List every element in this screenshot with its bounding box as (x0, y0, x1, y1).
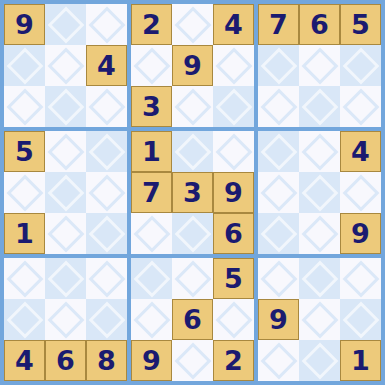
cell-r2c9[interactable] (340, 45, 381, 86)
empty-cell-diamond-icon (260, 133, 297, 170)
empty-cell-diamond-icon (342, 88, 379, 125)
cell-r6c9: 9 (340, 213, 381, 254)
cell-r3c6[interactable] (213, 86, 254, 127)
cell-r2c5: 9 (172, 45, 213, 86)
cell-r6c8[interactable] (299, 213, 340, 254)
cell-r3c1[interactable] (4, 86, 45, 127)
empty-cell-diamond-icon (6, 47, 43, 84)
cell-r6c7[interactable] (258, 213, 299, 254)
cell-r7c9[interactable] (340, 258, 381, 299)
given-digit: 4 (224, 11, 243, 38)
given-digit: 7 (142, 179, 161, 206)
given-digit: 1 (15, 220, 34, 247)
empty-cell-diamond-icon (174, 215, 211, 252)
empty-cell-diamond-icon (301, 133, 338, 170)
empty-cell-diamond-icon (260, 215, 297, 252)
empty-cell-diamond-icon (47, 174, 84, 211)
empty-cell-diamond-icon (6, 174, 43, 211)
cell-r7c5[interactable] (172, 258, 213, 299)
empty-cell-diamond-icon (260, 88, 297, 125)
given-digit: 5 (224, 265, 243, 292)
cell-r7c2[interactable] (45, 258, 86, 299)
empty-cell-diamond-icon (47, 215, 84, 252)
empty-cell-diamond-icon (133, 215, 170, 252)
empty-cell-diamond-icon (215, 47, 252, 84)
cell-r5c7[interactable] (258, 172, 299, 213)
given-digit: 3 (142, 93, 161, 120)
cell-r6c6: 6 (213, 213, 254, 254)
empty-cell-diamond-icon (6, 88, 43, 125)
cell-r7c1[interactable] (4, 258, 45, 299)
given-digit: 9 (351, 220, 370, 247)
cell-r4c9: 4 (340, 131, 381, 172)
cell-r8c5: 6 (172, 299, 213, 340)
given-digit: 9 (269, 306, 288, 333)
cell-r5c2[interactable] (45, 172, 86, 213)
given-digit: 9 (142, 347, 161, 374)
empty-cell-diamond-icon (301, 88, 338, 125)
cell-r4c6[interactable] (213, 131, 254, 172)
empty-cell-diamond-icon (174, 342, 211, 379)
cell-r8c7: 9 (258, 299, 299, 340)
empty-cell-diamond-icon (260, 47, 297, 84)
empty-cell-diamond-icon (88, 301, 125, 338)
given-digit: 3 (183, 179, 202, 206)
empty-cell-diamond-icon (301, 260, 338, 297)
cell-r9c6: 2 (213, 340, 254, 381)
empty-cell-diamond-icon (88, 6, 125, 43)
empty-cell-diamond-icon (47, 260, 84, 297)
cell-r8c3[interactable] (86, 299, 127, 340)
empty-cell-diamond-icon (342, 47, 379, 84)
empty-cell-diamond-icon (133, 260, 170, 297)
cell-r3c9[interactable] (340, 86, 381, 127)
empty-cell-diamond-icon (47, 133, 84, 170)
empty-cell-diamond-icon (47, 88, 84, 125)
cell-r5c9[interactable] (340, 172, 381, 213)
cell-r2c2[interactable] (45, 45, 86, 86)
given-digit: 7 (269, 11, 288, 38)
empty-cell-diamond-icon (6, 260, 43, 297)
cell-r6c5[interactable] (172, 213, 213, 254)
cell-r1c2[interactable] (45, 4, 86, 45)
given-digit: 5 (351, 11, 370, 38)
cell-r9c8[interactable] (299, 340, 340, 381)
empty-cell-diamond-icon (342, 260, 379, 297)
cell-r2c6[interactable] (213, 45, 254, 86)
cell-r5c6: 9 (213, 172, 254, 213)
given-digit: 2 (224, 347, 243, 374)
cell-r9c1: 4 (4, 340, 45, 381)
empty-cell-diamond-icon (301, 301, 338, 338)
cell-r2c7[interactable] (258, 45, 299, 86)
given-digit: 6 (310, 11, 329, 38)
cell-r5c5: 3 (172, 172, 213, 213)
empty-cell-diamond-icon (133, 301, 170, 338)
cell-r8c1[interactable] (4, 299, 45, 340)
cell-r8c2[interactable] (45, 299, 86, 340)
cell-r3c2[interactable] (45, 86, 86, 127)
cell-r6c1: 1 (4, 213, 45, 254)
cell-r4c2[interactable] (45, 131, 86, 172)
empty-cell-diamond-icon (342, 174, 379, 211)
given-digit: 4 (97, 52, 116, 79)
cell-r7c8[interactable] (299, 258, 340, 299)
cell-r5c8[interactable] (299, 172, 340, 213)
cell-r1c8: 6 (299, 4, 340, 45)
cell-r6c3[interactable] (86, 213, 127, 254)
cell-r2c3: 4 (86, 45, 127, 86)
empty-cell-diamond-icon (174, 88, 211, 125)
given-digit: 6 (56, 347, 75, 374)
cell-r8c4[interactable] (131, 299, 172, 340)
cell-r8c9[interactable] (340, 299, 381, 340)
empty-cell-diamond-icon (47, 301, 84, 338)
cell-r1c1: 9 (4, 4, 45, 45)
cell-r2c8[interactable] (299, 45, 340, 86)
empty-cell-diamond-icon (88, 215, 125, 252)
cell-r2c1[interactable] (4, 45, 45, 86)
cell-r4c3[interactable] (86, 131, 127, 172)
given-digit: 1 (142, 138, 161, 165)
cell-r6c2[interactable] (45, 213, 86, 254)
given-digit: 6 (224, 220, 243, 247)
cell-r3c3[interactable] (86, 86, 127, 127)
given-digit: 9 (224, 179, 243, 206)
empty-cell-diamond-icon (215, 133, 252, 170)
cell-r1c6: 4 (213, 4, 254, 45)
empty-cell-diamond-icon (215, 88, 252, 125)
given-digit: 6 (183, 306, 202, 333)
cell-r5c4: 7 (131, 172, 172, 213)
empty-cell-diamond-icon (88, 174, 125, 211)
empty-cell-diamond-icon (301, 215, 338, 252)
cell-r4c5[interactable] (172, 131, 213, 172)
given-digit: 8 (97, 347, 116, 374)
cell-r3c7[interactable] (258, 86, 299, 127)
cell-r9c4: 9 (131, 340, 172, 381)
empty-cell-diamond-icon (301, 342, 338, 379)
given-digit: 1 (351, 347, 370, 374)
empty-cell-diamond-icon (88, 133, 125, 170)
cell-r9c3: 8 (86, 340, 127, 381)
cell-r9c2: 6 (45, 340, 86, 381)
given-digit: 5 (15, 138, 34, 165)
cell-r5c3[interactable] (86, 172, 127, 213)
empty-cell-diamond-icon (342, 301, 379, 338)
cell-r3c8[interactable] (299, 86, 340, 127)
empty-cell-diamond-icon (301, 174, 338, 211)
empty-cell-diamond-icon (260, 342, 297, 379)
empty-cell-diamond-icon (260, 260, 297, 297)
cell-r9c9: 1 (340, 340, 381, 381)
cell-r8c6[interactable] (213, 299, 254, 340)
cell-r3c4: 3 (131, 86, 172, 127)
empty-cell-diamond-icon (133, 47, 170, 84)
given-digit: 9 (15, 11, 34, 38)
cell-r3c5[interactable] (172, 86, 213, 127)
cell-r7c7[interactable] (258, 258, 299, 299)
cell-r7c6: 5 (213, 258, 254, 299)
cell-r4c4: 1 (131, 131, 172, 172)
cell-r1c5[interactable] (172, 4, 213, 45)
cell-r4c1: 5 (4, 131, 45, 172)
given-digit: 4 (351, 138, 370, 165)
given-digit: 2 (142, 11, 161, 38)
empty-cell-diamond-icon (47, 6, 84, 43)
cell-r1c7: 7 (258, 4, 299, 45)
empty-cell-diamond-icon (174, 133, 211, 170)
cell-r1c9: 5 (340, 4, 381, 45)
empty-cell-diamond-icon (260, 174, 297, 211)
cell-r1c3[interactable] (86, 4, 127, 45)
empty-cell-diamond-icon (174, 260, 211, 297)
cell-r1c4: 2 (131, 4, 172, 45)
empty-cell-diamond-icon (301, 47, 338, 84)
cell-r7c4[interactable] (131, 258, 172, 299)
cell-r5c1[interactable] (4, 172, 45, 213)
cell-r9c7[interactable] (258, 340, 299, 381)
cell-r6c4[interactable] (131, 213, 172, 254)
empty-cell-diamond-icon (88, 260, 125, 297)
given-digit: 4 (15, 347, 34, 374)
cell-r8c8[interactable] (299, 299, 340, 340)
cell-r9c5[interactable] (172, 340, 213, 381)
given-digit: 9 (183, 52, 202, 79)
empty-cell-diamond-icon (88, 88, 125, 125)
cell-r7c3[interactable] (86, 258, 127, 299)
cell-r4c7[interactable] (258, 131, 299, 172)
cell-r2c4[interactable] (131, 45, 172, 86)
cell-r4c8[interactable] (299, 131, 340, 172)
empty-cell-diamond-icon (215, 301, 252, 338)
empty-cell-diamond-icon (174, 6, 211, 43)
sudoku-board: 924765493514739169569468921 (0, 0, 385, 385)
empty-cell-diamond-icon (6, 301, 43, 338)
empty-cell-diamond-icon (47, 47, 84, 84)
